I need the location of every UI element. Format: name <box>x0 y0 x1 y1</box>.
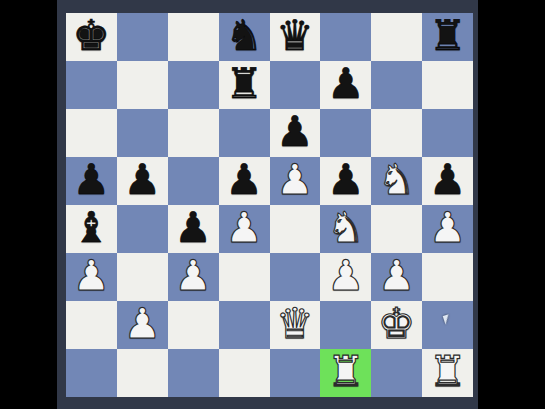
square-b7[interactable] <box>117 61 168 109</box>
square-b8[interactable] <box>117 13 168 61</box>
square-b6[interactable] <box>117 109 168 157</box>
square-a2[interactable] <box>66 301 117 349</box>
square-g3[interactable]: ♟ <box>371 253 422 301</box>
square-a8[interactable]: ♚ <box>66 13 117 61</box>
black-pawn-piece[interactable]: ♟ <box>327 61 365 108</box>
square-e8[interactable]: ♛ <box>270 13 321 61</box>
square-c4[interactable]: ♟ <box>168 205 219 253</box>
white-rook-piece[interactable]: ♜ <box>429 349 467 396</box>
square-a1[interactable] <box>66 349 117 397</box>
chess-board: ♚♞♛♜♜♟♟♟♟♟♟♟♞♟♝♟♟♞♟♟♟♟♟♟♛♚♜♜ <box>66 13 473 397</box>
square-h3[interactable] <box>422 253 473 301</box>
square-g1[interactable] <box>371 349 422 397</box>
black-pawn-piece[interactable]: ♟ <box>429 157 467 204</box>
square-c7[interactable] <box>168 61 219 109</box>
square-a6[interactable] <box>66 109 117 157</box>
square-f1[interactable]: ♜ <box>320 349 371 397</box>
square-f3[interactable]: ♟ <box>320 253 371 301</box>
white-pawn-piece[interactable]: ♟ <box>225 205 263 252</box>
white-pawn-piece[interactable]: ♟ <box>73 253 111 300</box>
square-e4[interactable] <box>270 205 321 253</box>
square-a4[interactable]: ♝ <box>66 205 117 253</box>
black-pawn-piece[interactable]: ♟ <box>73 157 111 204</box>
square-d7[interactable]: ♜ <box>219 61 270 109</box>
black-knight-piece[interactable]: ♞ <box>225 13 263 60</box>
square-b2[interactable]: ♟ <box>117 301 168 349</box>
square-c1[interactable] <box>168 349 219 397</box>
square-e5[interactable]: ♟ <box>270 157 321 205</box>
square-h6[interactable] <box>422 109 473 157</box>
square-f7[interactable]: ♟ <box>320 61 371 109</box>
square-h4[interactable]: ♟ <box>422 205 473 253</box>
square-h5[interactable]: ♟ <box>422 157 473 205</box>
square-h8[interactable]: ♜ <box>422 13 473 61</box>
square-e1[interactable] <box>270 349 321 397</box>
white-pawn-piece[interactable]: ♟ <box>327 253 365 300</box>
square-f2[interactable] <box>320 301 371 349</box>
square-c6[interactable] <box>168 109 219 157</box>
white-pawn-piece[interactable]: ♟ <box>429 205 467 252</box>
square-b4[interactable] <box>117 205 168 253</box>
square-d5[interactable]: ♟ <box>219 157 270 205</box>
square-e6[interactable]: ♟ <box>270 109 321 157</box>
square-f5[interactable]: ♟ <box>320 157 371 205</box>
square-d3[interactable] <box>219 253 270 301</box>
black-bishop-piece[interactable]: ♝ <box>73 205 111 252</box>
black-pawn-piece[interactable]: ♟ <box>174 205 212 252</box>
square-a3[interactable]: ♟ <box>66 253 117 301</box>
square-b3[interactable] <box>117 253 168 301</box>
square-e2[interactable]: ♛ <box>270 301 321 349</box>
square-c3[interactable]: ♟ <box>168 253 219 301</box>
square-d8[interactable]: ♞ <box>219 13 270 61</box>
square-g8[interactable] <box>371 13 422 61</box>
square-a5[interactable]: ♟ <box>66 157 117 205</box>
black-pawn-piece[interactable]: ♟ <box>327 157 365 204</box>
black-pawn-piece[interactable]: ♟ <box>123 157 161 204</box>
white-queen-piece[interactable]: ♛ <box>276 301 314 348</box>
square-g2[interactable]: ♚ <box>371 301 422 349</box>
board-frame: ♚♞♛♜♜♟♟♟♟♟♟♟♞♟♝♟♟♞♟♟♟♟♟♟♛♚♜♜ <box>57 0 478 409</box>
white-pawn-piece[interactable]: ♟ <box>378 253 416 300</box>
square-g4[interactable] <box>371 205 422 253</box>
square-c8[interactable] <box>168 13 219 61</box>
black-pawn-piece[interactable]: ♟ <box>225 157 263 204</box>
square-h2[interactable] <box>422 301 473 349</box>
white-king-piece[interactable]: ♚ <box>378 301 416 348</box>
black-rook-piece[interactable]: ♜ <box>429 13 467 60</box>
square-d6[interactable] <box>219 109 270 157</box>
black-pawn-piece[interactable]: ♟ <box>276 109 314 156</box>
black-queen-piece[interactable]: ♛ <box>276 13 314 60</box>
square-g6[interactable] <box>371 109 422 157</box>
white-knight-piece[interactable]: ♞ <box>378 157 416 204</box>
black-rook-piece[interactable]: ♜ <box>225 61 263 108</box>
square-f8[interactable] <box>320 13 371 61</box>
black-king-piece[interactable]: ♚ <box>73 13 111 60</box>
square-g5[interactable]: ♞ <box>371 157 422 205</box>
square-c2[interactable] <box>168 301 219 349</box>
square-h7[interactable] <box>422 61 473 109</box>
square-a7[interactable] <box>66 61 117 109</box>
square-c5[interactable] <box>168 157 219 205</box>
square-e3[interactable] <box>270 253 321 301</box>
square-d1[interactable] <box>219 349 270 397</box>
square-d2[interactable] <box>219 301 270 349</box>
square-f6[interactable] <box>320 109 371 157</box>
square-b1[interactable] <box>117 349 168 397</box>
white-pawn-piece[interactable]: ♟ <box>174 253 212 300</box>
white-rook-piece[interactable]: ♜ <box>327 349 365 396</box>
square-h1[interactable]: ♜ <box>422 349 473 397</box>
square-f4[interactable]: ♞ <box>320 205 371 253</box>
square-d4[interactable]: ♟ <box>219 205 270 253</box>
white-pawn-piece[interactable]: ♟ <box>276 157 314 204</box>
square-e7[interactable] <box>270 61 321 109</box>
white-pawn-piece[interactable]: ♟ <box>123 301 161 348</box>
square-g7[interactable] <box>371 61 422 109</box>
square-b5[interactable]: ♟ <box>117 157 168 205</box>
white-knight-piece[interactable]: ♞ <box>327 205 365 252</box>
